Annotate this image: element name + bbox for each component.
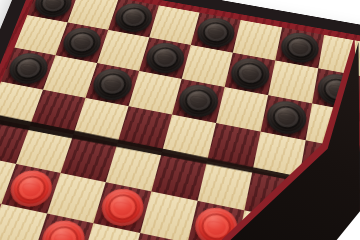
black-piece[interactable]: ⛂ bbox=[89, 66, 136, 103]
checker-glyph: ⛂ bbox=[238, 62, 263, 85]
photo-canvas: ⛂⛂⛂⛂⛂⛂⛂⛂⛂⛂⛂⛂⛀⛀⛀⛀⛀⛀⛀⛀⛀⛀⛀⛀ bbox=[0, 0, 360, 240]
black-piece[interactable]: ⛂ bbox=[143, 40, 188, 76]
checker-glyph: ⛂ bbox=[186, 89, 212, 113]
checker-glyph: ⛂ bbox=[99, 73, 125, 97]
checker-glyph: ⛂ bbox=[41, 0, 67, 14]
checker-glyph: ⛀ bbox=[48, 225, 78, 240]
checker-glyph: ⛂ bbox=[274, 105, 299, 130]
checker-glyph: ⛂ bbox=[121, 7, 146, 28]
checker-glyph: ⛀ bbox=[17, 175, 46, 202]
checker-glyph: ⛂ bbox=[69, 31, 95, 53]
red-piece[interactable]: ⛀ bbox=[37, 217, 90, 240]
black-piece[interactable]: ⛂ bbox=[228, 55, 272, 92]
checker-glyph: ⛀ bbox=[108, 193, 137, 221]
black-piece[interactable]: ⛂ bbox=[279, 30, 321, 66]
black-piece[interactable]: ⛂ bbox=[194, 15, 237, 50]
red-piece[interactable]: ⛀ bbox=[97, 185, 147, 229]
black-piece[interactable]: ⛂ bbox=[59, 25, 105, 60]
checker-glyph: ⛂ bbox=[152, 47, 177, 70]
black-piece[interactable]: ⛂ bbox=[176, 82, 222, 120]
black-piece[interactable]: ⛂ bbox=[264, 98, 309, 137]
checker-glyph: ⛂ bbox=[288, 36, 312, 58]
checker-glyph: ⛂ bbox=[15, 57, 42, 80]
checker-glyph: ⛂ bbox=[204, 21, 228, 43]
black-piece[interactable]: ⛂ bbox=[112, 1, 156, 35]
